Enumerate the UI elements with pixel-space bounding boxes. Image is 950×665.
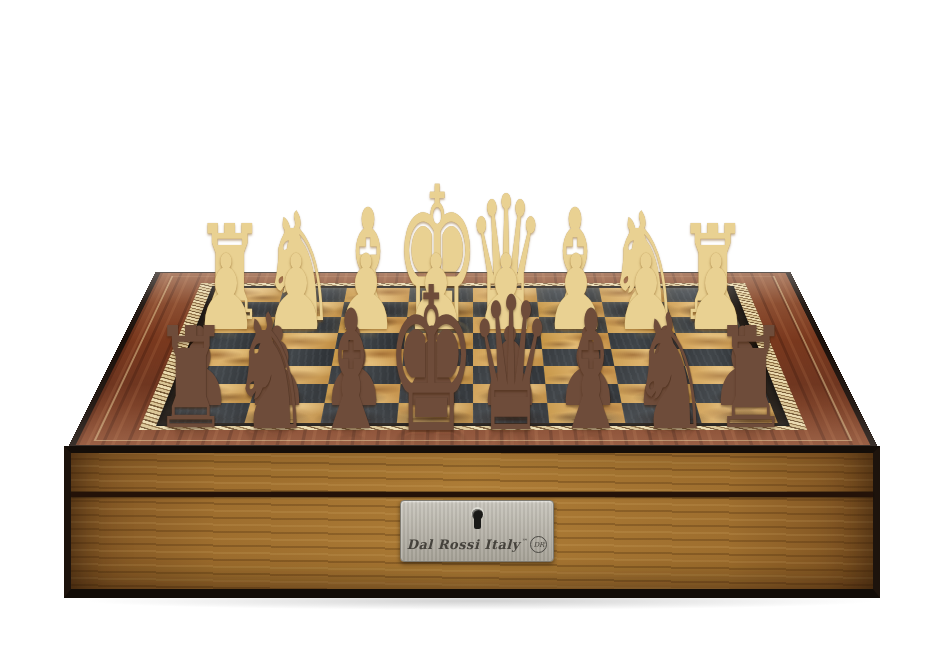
square-b3 xyxy=(605,317,675,333)
square-c8 xyxy=(547,403,625,423)
brand-row: Dal Rossi Italy™ DR xyxy=(401,536,553,553)
square-b2 xyxy=(602,302,671,317)
square-g2 xyxy=(275,302,344,317)
square-e6 xyxy=(401,366,473,384)
square-a7 xyxy=(690,384,770,403)
square-d2 xyxy=(473,302,539,317)
square-e3 xyxy=(406,317,473,333)
square-a3 xyxy=(671,317,743,333)
square-b1 xyxy=(599,288,666,302)
square-d4 xyxy=(473,333,542,349)
square-h2 xyxy=(209,302,279,317)
square-d5 xyxy=(473,349,544,366)
square-e7 xyxy=(399,384,473,403)
square-a1 xyxy=(662,288,731,302)
square-c7 xyxy=(545,384,621,403)
square-a2 xyxy=(666,302,736,317)
play-field xyxy=(168,288,777,423)
square-e5 xyxy=(402,349,473,366)
square-d8 xyxy=(473,403,549,423)
square-h7 xyxy=(176,384,256,403)
square-g5 xyxy=(261,349,335,366)
brand-text: Dal Rossi Italy™ xyxy=(407,537,528,552)
square-a5 xyxy=(680,349,756,366)
square-f8 xyxy=(321,403,399,423)
square-h8 xyxy=(168,403,250,423)
square-g3 xyxy=(271,317,341,333)
square-d1 xyxy=(473,288,537,302)
keyhole-icon xyxy=(471,509,483,529)
square-f3 xyxy=(338,317,407,333)
brand-plaque: Dal Rossi Italy™ DR xyxy=(400,500,554,562)
square-c4 xyxy=(540,333,611,349)
square-f5 xyxy=(332,349,404,366)
square-b5 xyxy=(611,349,685,366)
square-g1 xyxy=(280,288,347,302)
square-h6 xyxy=(183,366,261,384)
square-b8 xyxy=(621,403,701,423)
square-g6 xyxy=(256,366,332,384)
square-b6 xyxy=(614,366,690,384)
square-h4 xyxy=(197,333,271,349)
square-f7 xyxy=(325,384,401,403)
square-d3 xyxy=(473,317,540,333)
square-f2 xyxy=(341,302,408,317)
square-c3 xyxy=(539,317,608,333)
square-h1 xyxy=(215,288,284,302)
square-h5 xyxy=(190,349,266,366)
board-top xyxy=(68,272,878,447)
square-b4 xyxy=(608,333,680,349)
chess-set-photo: Dal Rossi Italy™ DR ♜♜♞♞♝♝♛♛♚♚♝♝♞♞♜♜♟♟♟♟… xyxy=(0,0,950,665)
square-a8 xyxy=(696,403,778,423)
square-c2 xyxy=(537,302,604,317)
square-e2 xyxy=(407,302,473,317)
square-c5 xyxy=(542,349,614,366)
trademark: ™ xyxy=(521,537,528,544)
square-d7 xyxy=(473,384,547,403)
square-g7 xyxy=(250,384,328,403)
square-a6 xyxy=(685,366,763,384)
lid-seam xyxy=(71,492,873,497)
square-f1 xyxy=(344,288,410,302)
square-g4 xyxy=(266,333,338,349)
square-c1 xyxy=(536,288,602,302)
square-g8 xyxy=(245,403,325,423)
square-e4 xyxy=(404,333,473,349)
square-c6 xyxy=(544,366,618,384)
monogram-logo: DR xyxy=(530,536,547,553)
square-e8 xyxy=(397,403,473,423)
square-d6 xyxy=(473,366,545,384)
square-h3 xyxy=(203,317,275,333)
square-e1 xyxy=(409,288,473,302)
square-f4 xyxy=(335,333,406,349)
square-b7 xyxy=(618,384,696,403)
square-f6 xyxy=(328,366,402,384)
square-a4 xyxy=(675,333,749,349)
